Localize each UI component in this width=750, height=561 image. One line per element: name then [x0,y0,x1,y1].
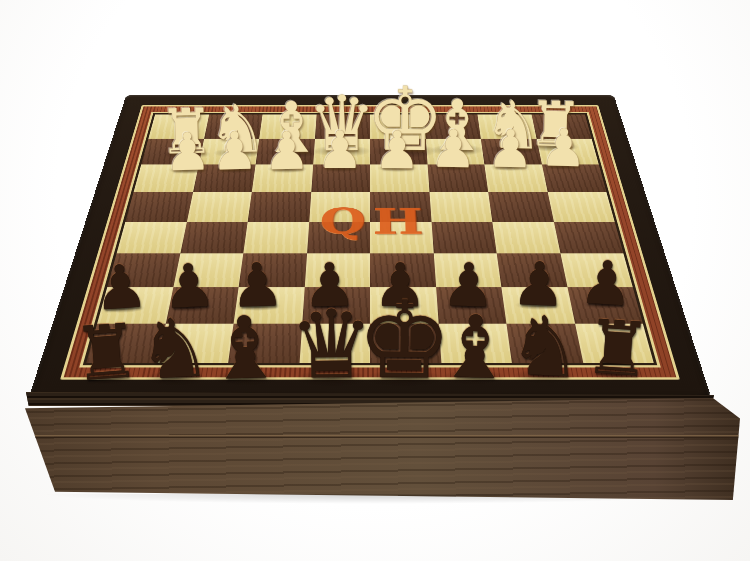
piece-white-P-e2[interactable]: ♟ [314,124,366,176]
pieces-layer: ♜♞♝♛♚♝♞♜♟♟♟♟♟♟♟♟♟♟♟♟♟♟♟♟♜♞♝♛♚♝♞♜ [0,0,750,561]
piece-white-P-c2[interactable]: ♟ [427,122,480,175]
piece-white-P-h2[interactable]: ♟ [161,125,214,178]
piece-white-P-b2[interactable]: ♟ [484,122,537,175]
piece-white-P-f2[interactable]: ♟ [260,124,313,177]
piece-white-P-a2[interactable]: ♟ [537,121,590,174]
piece-white-P-g2[interactable]: ♟ [208,124,261,177]
piece-white-P-d2[interactable]: ♟ [371,124,423,176]
piece-black-N-b8[interactable]: ♞ [502,304,588,390]
piece-black-R-a8[interactable]: ♜ [578,309,657,388]
product-photo: QH ♜♞♝♛♚♝♞♜♟♟♟♟♟♟♟♟♟♟♟♟♟♟♟♟♜♞♝♛♚♝♞♜ [0,0,750,561]
piece-black-B-f8[interactable]: ♝ [200,303,289,392]
